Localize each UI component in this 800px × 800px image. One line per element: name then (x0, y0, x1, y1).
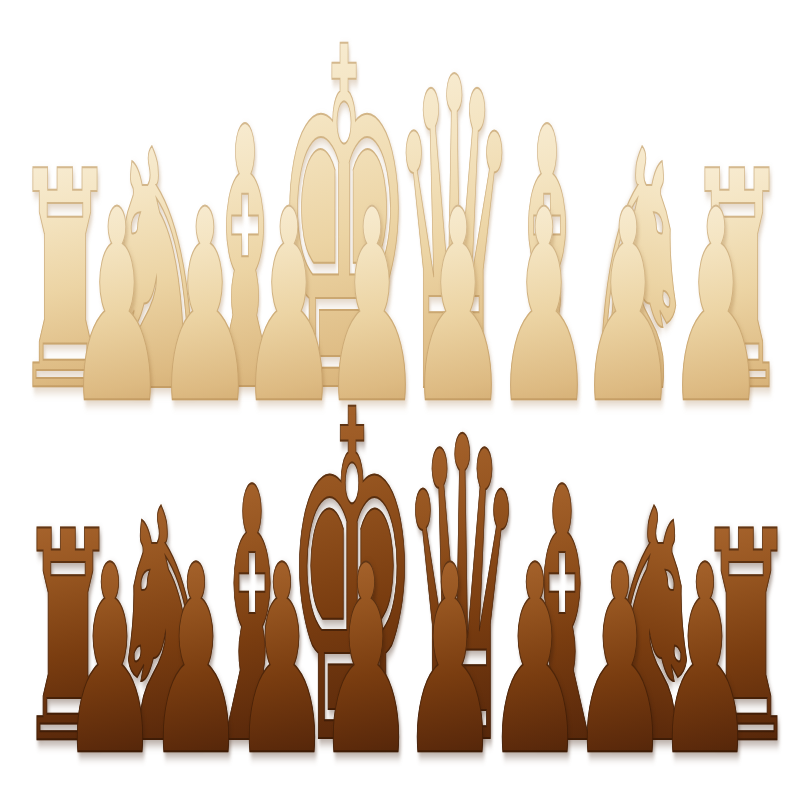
brown-back-queen-piece: ♛ (400, 385, 524, 800)
natural-wood-chess-set: ♜♞♝♚♛♝♞♜♟♟♟♟♟♟♟♟ (0, 0, 800, 800)
brown-front-pawn-piece: ♟ (233, 531, 331, 791)
brown-front-pawn-piece: ♟ (656, 531, 754, 791)
brown-back-rook-piece: ♜ (19, 494, 118, 784)
cream-front-pawn-piece: ♟ (155, 175, 255, 440)
cream-back-king-piece: ♚ (274, 0, 413, 459)
cream-front-pawn-piece: ♟ (578, 175, 678, 440)
cream-front-pawn-piece: ♟ (494, 175, 594, 440)
brown-front-pawn-piece: ♟ (571, 531, 669, 791)
brown-back-king-piece: ♚ (285, 353, 420, 800)
cream-back-bishop-piece: ♝ (494, 82, 601, 442)
brown-wood-chess-set: ♜♞♝♚♛♝♞♜♟♟♟♟♟♟♟♟ (0, 0, 800, 800)
cream-back-knight-piece: ♞ (97, 108, 215, 438)
cream-back-rook-piece: ♜ (14, 133, 116, 433)
cream-back-rook-piece: ♜ (686, 133, 788, 433)
brown-back-bishop-piece: ♝ (510, 443, 614, 793)
cream-back-bishop-piece: ♝ (192, 82, 299, 442)
brown-front-pawn-piece: ♟ (61, 531, 159, 791)
brown-front-pawn-piece: ♟ (401, 531, 499, 791)
brown-back-knight-piece: ♞ (108, 468, 223, 788)
brown-back-rook-piece: ♜ (697, 494, 796, 784)
cream-front-pawn-piece: ♟ (666, 175, 766, 440)
cream-front-pawn-piece: ♟ (67, 175, 167, 440)
brown-back-bishop-piece: ♝ (200, 443, 304, 793)
chess-sets-product-photo: ♜♞♝♚♛♝♞♜♟♟♟♟♟♟♟♟ ♜♞♝♚♛♝♞♜♟♟♟♟♟♟♟♟ (0, 0, 800, 800)
brown-front-pawn-piece: ♟ (317, 531, 415, 791)
cream-back-knight-piece: ♞ (579, 108, 697, 438)
brown-front-pawn-piece: ♟ (147, 531, 245, 791)
cream-front-pawn-piece: ♟ (239, 175, 339, 440)
brown-back-knight-piece: ♞ (593, 468, 708, 788)
cream-back-queen-piece: ♛ (390, 23, 517, 453)
cream-front-pawn-piece: ♟ (408, 175, 508, 440)
brown-front-pawn-piece: ♟ (486, 531, 584, 791)
cream-front-pawn-piece: ♟ (322, 175, 422, 440)
